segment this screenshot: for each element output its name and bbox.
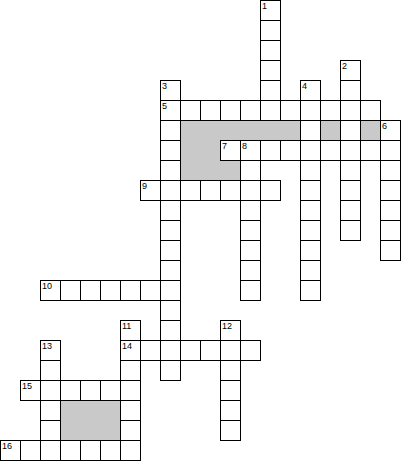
crossword-cell[interactable]	[220, 400, 241, 421]
crossword-cell[interactable]	[300, 80, 321, 101]
crossword-cell[interactable]	[380, 180, 401, 201]
crossword-cell[interactable]	[120, 320, 141, 341]
crossword-cell[interactable]	[260, 40, 281, 61]
crossword-cell[interactable]	[240, 160, 261, 181]
crossword-cell[interactable]	[340, 160, 361, 181]
crossword-cell[interactable]	[140, 280, 161, 301]
crossword-cell[interactable]	[120, 400, 141, 421]
crossword-cell[interactable]	[160, 320, 181, 341]
crossword-cell[interactable]	[300, 280, 321, 301]
crossword-cell[interactable]	[240, 180, 261, 201]
crossword-cell[interactable]	[300, 220, 321, 241]
shaded-hole-cell	[240, 120, 261, 141]
crossword-cell[interactable]	[220, 360, 241, 381]
crossword-cell[interactable]	[40, 340, 61, 361]
crossword-cell[interactable]	[60, 440, 81, 461]
shaded-hole-cell	[80, 420, 101, 441]
crossword-cell[interactable]	[80, 380, 101, 401]
crossword-cell[interactable]	[160, 300, 181, 321]
crossword-cell[interactable]	[160, 80, 181, 101]
crossword-cell[interactable]	[240, 340, 261, 361]
crossword-cell[interactable]	[200, 340, 221, 361]
crossword-cell[interactable]	[300, 140, 321, 161]
crossword-cell[interactable]	[260, 100, 281, 121]
shaded-hole-cell	[280, 120, 301, 141]
crossword-cell[interactable]	[260, 20, 281, 41]
shaded-hole-cell	[180, 120, 201, 141]
crossword-cell[interactable]	[120, 340, 141, 361]
crossword-cell[interactable]	[40, 360, 61, 381]
crossword-cell[interactable]	[220, 140, 241, 161]
crossword-cell[interactable]	[260, 80, 281, 101]
crossword-board: 12345678910111213141516	[0, 0, 401, 461]
crossword-cell[interactable]	[340, 180, 361, 201]
crossword-cell[interactable]	[340, 140, 361, 161]
crossword-cell[interactable]	[380, 200, 401, 221]
crossword-cell[interactable]	[160, 100, 181, 121]
crossword-cell[interactable]	[360, 140, 381, 161]
crossword-cell[interactable]	[340, 200, 361, 221]
crossword-cell[interactable]	[160, 160, 181, 181]
crossword-cell[interactable]	[340, 220, 361, 241]
crossword-cell[interactable]	[40, 420, 61, 441]
crossword-cell[interactable]	[260, 60, 281, 81]
shaded-hole-cell	[320, 120, 341, 141]
crossword-cell[interactable]	[100, 440, 121, 461]
crossword-cell[interactable]	[120, 380, 141, 401]
crossword-cell[interactable]	[120, 360, 141, 381]
shaded-hole-cell	[360, 120, 381, 141]
crossword-cell[interactable]	[220, 380, 241, 401]
crossword-cell[interactable]	[20, 380, 41, 401]
crossword-cell[interactable]	[160, 360, 181, 381]
crossword-cell[interactable]	[100, 380, 121, 401]
shaded-hole-cell	[80, 400, 101, 421]
crossword-cell[interactable]	[180, 180, 201, 201]
shaded-hole-cell	[200, 120, 221, 141]
crossword-cell[interactable]	[380, 220, 401, 241]
crossword-cell[interactable]	[220, 100, 241, 121]
crossword-cell[interactable]	[160, 220, 181, 241]
crossword-cell[interactable]	[40, 400, 61, 421]
crossword-cell[interactable]	[340, 100, 361, 121]
crossword-cell[interactable]	[280, 140, 301, 161]
crossword-cell[interactable]	[60, 380, 81, 401]
crossword-cell[interactable]	[20, 440, 41, 461]
crossword-cell[interactable]	[320, 100, 341, 121]
crossword-cell[interactable]	[160, 280, 181, 301]
shaded-hole-cell	[60, 400, 81, 421]
crossword-cell[interactable]	[160, 120, 181, 141]
shaded-hole-cell	[200, 160, 221, 181]
crossword-cell[interactable]	[240, 220, 261, 241]
crossword-cell[interactable]	[160, 200, 181, 221]
crossword-cell[interactable]	[240, 140, 261, 161]
crossword-cell[interactable]	[220, 180, 241, 201]
crossword-cell[interactable]	[300, 160, 321, 181]
shaded-hole-cell	[180, 160, 201, 181]
crossword-cell[interactable]	[380, 140, 401, 161]
shaded-hole-cell	[200, 140, 221, 161]
crossword-cell[interactable]	[160, 340, 181, 361]
crossword-cell[interactable]	[140, 180, 161, 201]
crossword-cell[interactable]	[240, 280, 261, 301]
crossword-cell[interactable]	[160, 180, 181, 201]
crossword-cell[interactable]	[180, 100, 201, 121]
crossword-cell[interactable]	[360, 100, 381, 121]
crossword-cell[interactable]	[300, 240, 321, 261]
crossword-cell[interactable]	[80, 280, 101, 301]
shaded-hole-cell	[260, 120, 281, 141]
crossword-cell[interactable]	[220, 340, 241, 361]
crossword-cell[interactable]	[380, 160, 401, 181]
crossword-cell[interactable]	[160, 240, 181, 261]
shaded-hole-cell	[100, 400, 121, 421]
crossword-cell[interactable]	[240, 100, 261, 121]
crossword-cell[interactable]	[100, 280, 121, 301]
crossword-cell[interactable]	[240, 260, 261, 281]
crossword-cell[interactable]	[300, 180, 321, 201]
crossword-cell[interactable]	[340, 80, 361, 101]
crossword-cell[interactable]	[380, 120, 401, 141]
crossword-cell[interactable]	[300, 100, 321, 121]
crossword-cell[interactable]	[120, 280, 141, 301]
crossword-cell[interactable]	[120, 420, 141, 441]
crossword-cell[interactable]	[140, 340, 161, 361]
crossword-cell[interactable]	[40, 280, 61, 301]
crossword-cell[interactable]	[220, 320, 241, 341]
crossword-cell[interactable]	[300, 260, 321, 281]
crossword-cell[interactable]	[260, 140, 281, 161]
crossword-cell[interactable]	[280, 100, 301, 121]
crossword-cell[interactable]	[120, 440, 141, 461]
crossword-cell[interactable]	[40, 380, 61, 401]
crossword-cell[interactable]	[240, 200, 261, 221]
crossword-cell[interactable]	[300, 120, 321, 141]
crossword-cell[interactable]	[60, 280, 81, 301]
crossword-cell[interactable]	[260, 0, 281, 21]
crossword-cell[interactable]	[200, 180, 221, 201]
crossword-cell[interactable]	[220, 420, 241, 441]
crossword-cell[interactable]	[340, 60, 361, 81]
crossword-cell[interactable]	[240, 240, 261, 261]
shaded-hole-cell	[180, 140, 201, 161]
crossword-cell[interactable]	[380, 240, 401, 261]
shaded-hole-cell	[220, 160, 241, 181]
crossword-cell[interactable]	[200, 100, 221, 121]
crossword-cell[interactable]	[340, 120, 361, 141]
crossword-cell[interactable]	[0, 440, 21, 461]
shaded-hole-cell	[100, 420, 121, 441]
crossword-cell[interactable]	[160, 140, 181, 161]
crossword-cell[interactable]	[40, 440, 61, 461]
crossword-cell[interactable]	[180, 340, 201, 361]
shaded-hole-cell	[60, 420, 81, 441]
crossword-cell[interactable]	[260, 180, 281, 201]
crossword-cell[interactable]	[320, 140, 341, 161]
shaded-hole-cell	[220, 120, 241, 141]
crossword-cell[interactable]	[300, 200, 321, 221]
crossword-cell[interactable]	[160, 260, 181, 281]
crossword-cell[interactable]	[80, 440, 101, 461]
